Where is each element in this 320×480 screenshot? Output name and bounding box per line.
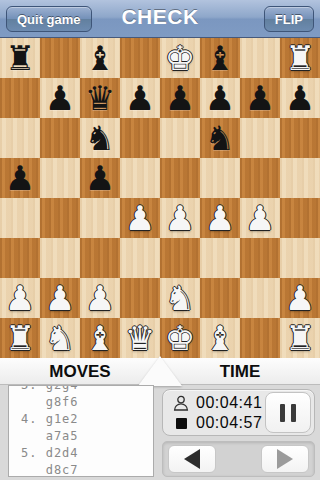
white-pawn: ♟: [205, 198, 235, 238]
bottom-panel: MOVES TIME 3. g2g4 g8f64. g1e2 a7a55. d2…: [0, 358, 320, 480]
black-clock-row: 00:04:57: [172, 413, 262, 433]
flip-button[interactable]: FLIP: [264, 6, 314, 32]
move-row: a7a5: [21, 428, 153, 445]
white-pawn: ♟: [85, 278, 115, 318]
white-rook: ♜: [5, 318, 35, 358]
white-bishop: ♝: [205, 318, 235, 358]
white-pawn: ♟: [245, 198, 275, 238]
square-f6[interactable]: ♞: [200, 118, 240, 158]
square-h7[interactable]: ♟: [280, 78, 320, 118]
square-a6[interactable]: [0, 118, 40, 158]
black-square-icon: [172, 415, 190, 431]
black-pawn: ♟: [165, 78, 195, 118]
pause-button[interactable]: [265, 392, 311, 433]
black-bishop: ♝: [205, 38, 235, 78]
square-c2[interactable]: ♟: [80, 278, 120, 318]
moves-list[interactable]: 3. g2g4 g8f64. g1e2 a7a55. d2d4 d8c7: [8, 385, 154, 477]
black-bishop: ♝: [85, 38, 115, 78]
move-row: 3. g2g4: [21, 385, 153, 394]
black-pawn: ♟: [245, 78, 275, 118]
white-rook: ♜: [285, 318, 315, 358]
square-a3[interactable]: [0, 238, 40, 278]
time-panel: 00:04:41 00:04:57: [162, 389, 315, 436]
board-pointer-triangle: [138, 356, 182, 386]
square-b5[interactable]: [40, 158, 80, 198]
square-h1[interactable]: ♜: [280, 318, 320, 358]
pause-icon: [280, 404, 296, 422]
forward-arrow-icon: [277, 449, 293, 469]
move-row: 5. d2d4: [21, 445, 153, 462]
square-g1[interactable]: [240, 318, 280, 358]
square-h6[interactable]: [280, 118, 320, 158]
square-f8[interactable]: ♝: [200, 38, 240, 78]
move-row: 4. g1e2: [21, 411, 153, 428]
move-row: d8c7: [21, 462, 153, 477]
square-a8[interactable]: ♜: [0, 38, 40, 78]
square-f4[interactable]: ♟: [200, 198, 240, 238]
moves-header-label: MOVES: [0, 358, 160, 384]
square-h8[interactable]: ♜: [280, 38, 320, 78]
black-pawn: ♟: [5, 158, 35, 198]
back-button[interactable]: [168, 445, 216, 473]
square-g6[interactable]: [240, 118, 280, 158]
white-clock: 00:04:41: [196, 394, 262, 412]
square-f3[interactable]: [200, 238, 240, 278]
square-b4[interactable]: [40, 198, 80, 238]
black-pawn: ♟: [45, 78, 75, 118]
black-knight: ♞: [205, 118, 235, 158]
square-d1[interactable]: ♛: [120, 318, 160, 358]
white-pawn: ♟: [5, 278, 35, 318]
square-h2[interactable]: ♟: [280, 278, 320, 318]
square-d5[interactable]: [120, 158, 160, 198]
square-d4[interactable]: ♟: [120, 198, 160, 238]
black-knight: ♞: [85, 118, 115, 158]
square-c5[interactable]: ♟: [80, 158, 120, 198]
square-d6[interactable]: [120, 118, 160, 158]
forward-button[interactable]: [261, 445, 309, 473]
square-d2[interactable]: [120, 278, 160, 318]
square-h5[interactable]: [280, 158, 320, 198]
square-f7[interactable]: ♟: [200, 78, 240, 118]
square-f1[interactable]: ♝: [200, 318, 240, 358]
square-a5[interactable]: ♟: [0, 158, 40, 198]
black-pawn: ♟: [125, 78, 155, 118]
white-pawn: ♟: [125, 198, 155, 238]
square-c1[interactable]: ♝: [80, 318, 120, 358]
square-a7[interactable]: [0, 78, 40, 118]
square-b2[interactable]: ♟: [40, 278, 80, 318]
black-pawn: ♟: [85, 158, 115, 198]
white-bishop: ♝: [85, 318, 115, 358]
white-knight: ♞: [45, 318, 75, 358]
square-g7[interactable]: ♟: [240, 78, 280, 118]
white-king: ♚: [165, 318, 195, 358]
square-g5[interactable]: [240, 158, 280, 198]
square-d8[interactable]: [120, 38, 160, 78]
square-b8[interactable]: [40, 38, 80, 78]
square-b7[interactable]: ♟: [40, 78, 80, 118]
square-e3[interactable]: [160, 238, 200, 278]
square-g3[interactable]: [240, 238, 280, 278]
black-rook: ♜: [5, 38, 35, 78]
square-g2[interactable]: [240, 278, 280, 318]
back-arrow-icon: [184, 449, 200, 469]
square-g8[interactable]: [240, 38, 280, 78]
black-queen: ♛: [85, 78, 115, 118]
square-f2[interactable]: [200, 278, 240, 318]
white-pawn: ♟: [285, 278, 315, 318]
white-queen: ♛: [125, 318, 155, 358]
square-b6[interactable]: [40, 118, 80, 158]
black-pawn: ♟: [205, 78, 235, 118]
square-e8[interactable]: ♚: [160, 38, 200, 78]
white-knight: ♞: [165, 278, 195, 318]
square-c3[interactable]: [80, 238, 120, 278]
square-e2[interactable]: ♞: [160, 278, 200, 318]
square-e7[interactable]: ♟: [160, 78, 200, 118]
square-h4[interactable]: [280, 198, 320, 238]
time-header-label: TIME: [160, 358, 320, 384]
navigation-bar: Quit game CHECK FLIP: [0, 0, 320, 38]
square-f5[interactable]: [200, 158, 240, 198]
square-e4[interactable]: ♟: [160, 198, 200, 238]
move-nav-bar: [162, 441, 315, 477]
square-e1[interactable]: ♚: [160, 318, 200, 358]
white-rook: ♜: [285, 38, 315, 78]
square-d7[interactable]: ♟: [120, 78, 160, 118]
chess-board: ♜♝♚♝♜♟♛♟♟♟♟♟♞♞♟♟♟♟♟♟♟♟♟♞♟♜♞♝♛♚♝♜: [0, 38, 320, 358]
white-king: ♚: [165, 38, 195, 78]
app-window: Quit game CHECK FLIP ♜♝♚♝♜♟♛♟♟♟♟♟♞♞♟♟♟♟♟…: [0, 0, 320, 480]
moves-list-content: 3. g2g4 g8f64. g1e2 a7a55. d2d4 d8c7: [9, 385, 153, 477]
black-clock: 00:04:57: [196, 414, 262, 432]
square-a4[interactable]: [0, 198, 40, 238]
black-pawn: ♟: [285, 78, 315, 118]
person-outline-icon: [172, 395, 190, 411]
square-a2[interactable]: ♟: [0, 278, 40, 318]
move-row: g8f6: [21, 394, 153, 411]
square-h3[interactable]: [280, 238, 320, 278]
square-b1[interactable]: ♞: [40, 318, 80, 358]
square-b3[interactable]: [40, 238, 80, 278]
square-g4[interactable]: ♟: [240, 198, 280, 238]
quit-game-button[interactable]: Quit game: [6, 6, 92, 32]
white-clock-row: 00:04:41: [172, 393, 262, 413]
square-d3[interactable]: [120, 238, 160, 278]
square-c4[interactable]: [80, 198, 120, 238]
square-c8[interactable]: ♝: [80, 38, 120, 78]
white-pawn: ♟: [45, 278, 75, 318]
square-a1[interactable]: ♜: [0, 318, 40, 358]
square-c6[interactable]: ♞: [80, 118, 120, 158]
white-pawn: ♟: [165, 198, 195, 238]
square-c7[interactable]: ♛: [80, 78, 120, 118]
square-e5[interactable]: [160, 158, 200, 198]
square-e6[interactable]: [160, 118, 200, 158]
